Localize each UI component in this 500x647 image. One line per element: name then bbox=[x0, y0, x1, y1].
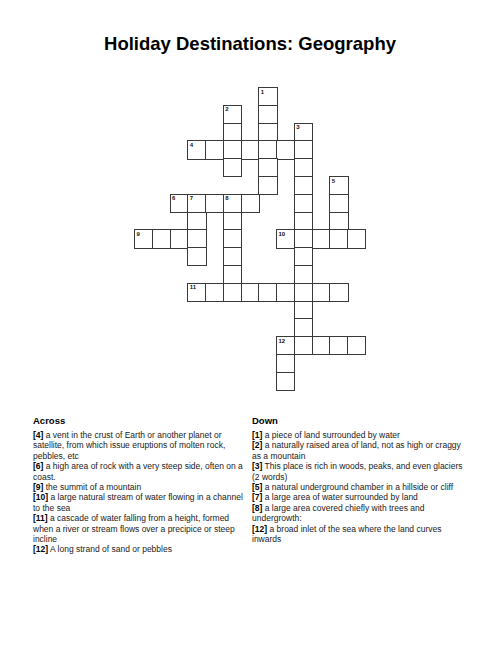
grid-cell-r0c7[interactable]: 1 bbox=[258, 87, 277, 106]
grid-cell-r6c9[interactable] bbox=[294, 194, 313, 213]
grid-cell-r13c9[interactable] bbox=[294, 318, 313, 337]
cell-number-1: 1 bbox=[261, 89, 264, 96]
grid-cell-r3c9[interactable] bbox=[294, 140, 313, 159]
clue-across-10: [10] a large natural stream of water flo… bbox=[33, 492, 246, 513]
grid-cell-r1c7[interactable] bbox=[258, 105, 277, 124]
clue-across-4: [4] a vent in the crust of Earth or anot… bbox=[33, 430, 246, 461]
grid-cell-r4c7[interactable] bbox=[258, 158, 277, 177]
cell-number-8: 8 bbox=[225, 195, 228, 202]
cell-number-6: 6 bbox=[172, 195, 175, 202]
clue-down-12: [12] a broad inlet of the sea where the … bbox=[252, 524, 467, 545]
down-clues-column: Down [1] a piece of land surrounded by w… bbox=[252, 415, 467, 544]
grid-cell-r9c9[interactable] bbox=[294, 247, 313, 266]
cell-number-5: 5 bbox=[332, 178, 335, 185]
grid-cell-r8c12[interactable] bbox=[347, 229, 366, 248]
grid-cell-r8c8[interactable]: 10 bbox=[276, 229, 295, 248]
clue-number-label: [5] bbox=[252, 482, 262, 492]
grid-cell-r8c11[interactable] bbox=[329, 229, 348, 248]
across-clue-list: [4] a vent in the crust of Earth or anot… bbox=[33, 430, 246, 555]
grid-cell-r11c5[interactable] bbox=[223, 283, 242, 302]
grid-cell-r14c8[interactable]: 12 bbox=[276, 336, 295, 355]
clue-number-label: [6] bbox=[33, 461, 43, 471]
clue-down-8: [8] a large area covered chiefly with tr… bbox=[252, 503, 467, 524]
grid-cell-r3c7[interactable] bbox=[258, 140, 277, 159]
grid-cell-r11c7[interactable] bbox=[258, 283, 277, 302]
grid-cell-r3c8[interactable] bbox=[276, 140, 295, 159]
grid-cell-r15c8[interactable] bbox=[276, 354, 295, 373]
grid-cell-r8c3[interactable] bbox=[187, 229, 206, 248]
cell-number-12: 12 bbox=[279, 338, 286, 345]
clue-down-2: [2] a naturally raised area of land, not… bbox=[252, 440, 467, 461]
grid-cell-r11c10[interactable] bbox=[312, 283, 331, 302]
clue-number-label: [2] bbox=[252, 440, 262, 450]
clue-across-12: [12] A long strand of sand or pebbles bbox=[33, 544, 246, 554]
grid-cell-r11c3[interactable]: 11 bbox=[187, 283, 206, 302]
grid-cell-r14c9[interactable] bbox=[294, 336, 313, 355]
grid-cell-r8c1[interactable] bbox=[152, 229, 171, 248]
grid-cell-r6c4[interactable] bbox=[205, 194, 224, 213]
across-clues-column: Across [4] a vent in the crust of Earth … bbox=[33, 415, 246, 555]
grid-cell-r6c11[interactable] bbox=[329, 194, 348, 213]
cell-number-11: 11 bbox=[190, 284, 196, 291]
clue-down-5: [5] a natural underground chamber in a h… bbox=[252, 482, 467, 492]
grid-cell-r11c11[interactable] bbox=[329, 283, 348, 302]
grid-cell-r3c6[interactable] bbox=[241, 140, 260, 159]
grid-cell-r11c9[interactable] bbox=[294, 283, 313, 302]
clue-number-label: [11] bbox=[33, 513, 48, 523]
grid-cell-r14c11[interactable] bbox=[329, 336, 348, 355]
clue-number-label: [10] bbox=[33, 492, 48, 502]
grid-cell-r7c9[interactable] bbox=[294, 212, 313, 231]
grid-cell-r2c5[interactable] bbox=[223, 123, 242, 142]
grid-cell-r4c5[interactable] bbox=[223, 158, 242, 177]
grid-cell-r2c7[interactable] bbox=[258, 123, 277, 142]
clue-number-label: [8] bbox=[252, 503, 262, 513]
grid-cell-r4c9[interactable] bbox=[294, 158, 313, 177]
grid-cell-r9c5[interactable] bbox=[223, 247, 242, 266]
clue-down-7: [7] a large area of water surrounded by … bbox=[252, 492, 467, 502]
grid-cell-r8c9[interactable] bbox=[294, 229, 313, 248]
grid-cell-r9c3[interactable] bbox=[187, 247, 206, 266]
grid-cell-r8c2[interactable] bbox=[170, 229, 189, 248]
grid-cell-r3c3[interactable]: 4 bbox=[187, 140, 206, 159]
clue-across-6: [6] a high area of rock with a very stee… bbox=[33, 461, 246, 482]
grid-cell-r14c12[interactable] bbox=[347, 336, 366, 355]
grid-cell-r12c9[interactable] bbox=[294, 301, 313, 320]
clue-number-label: [7] bbox=[252, 492, 262, 502]
grid-cell-r10c5[interactable] bbox=[223, 265, 242, 284]
clue-down-1: [1] a piece of land surrounded by water bbox=[252, 430, 467, 440]
clue-number-label: [12] bbox=[252, 524, 267, 534]
grid-cell-r10c9[interactable] bbox=[294, 265, 313, 284]
clue-number-label: [4] bbox=[33, 430, 43, 440]
crossword-grid: 123456789101112 bbox=[134, 87, 366, 391]
grid-cell-r7c11[interactable] bbox=[329, 212, 348, 231]
grid-cell-r5c7[interactable] bbox=[258, 176, 277, 195]
page-title: Holiday Destinations: Geography bbox=[0, 33, 500, 55]
down-heading: Down bbox=[252, 415, 467, 426]
grid-cell-r2c9[interactable]: 3 bbox=[294, 123, 313, 142]
clue-down-3: [3] This place is rich in woods, peaks, … bbox=[252, 461, 467, 482]
grid-cell-r6c6[interactable] bbox=[241, 194, 260, 213]
grid-cell-r6c2[interactable]: 6 bbox=[170, 194, 189, 213]
grid-cell-r5c9[interactable] bbox=[294, 176, 313, 195]
clue-number-label: [12] bbox=[33, 544, 48, 554]
grid-cell-r14c10[interactable] bbox=[312, 336, 331, 355]
grid-cell-r7c5[interactable] bbox=[223, 212, 242, 231]
cell-number-7: 7 bbox=[190, 195, 193, 202]
grid-cell-r8c0[interactable]: 9 bbox=[134, 229, 153, 248]
grid-cell-r1c5[interactable]: 2 bbox=[223, 105, 242, 124]
grid-cell-r8c10[interactable] bbox=[312, 229, 331, 248]
cell-number-10: 10 bbox=[279, 231, 286, 238]
grid-cell-r11c4[interactable] bbox=[205, 283, 224, 302]
cell-number-9: 9 bbox=[137, 231, 140, 238]
clue-number-label: [9] bbox=[33, 482, 43, 492]
grid-cell-r6c3[interactable]: 7 bbox=[187, 194, 206, 213]
cell-number-2: 2 bbox=[225, 106, 228, 113]
grid-cell-r3c5[interactable] bbox=[223, 140, 242, 159]
grid-cell-r11c6[interactable] bbox=[241, 283, 260, 302]
clue-across-11: [11] a cascade of water falling from a h… bbox=[33, 513, 246, 544]
grid-cell-r5c11[interactable]: 5 bbox=[329, 176, 348, 195]
grid-cell-r3c4[interactable] bbox=[205, 140, 224, 159]
clue-number-label: [1] bbox=[252, 430, 262, 440]
down-clue-list: [1] a piece of land surrounded by water[… bbox=[252, 430, 467, 544]
grid-cell-r11c8[interactable] bbox=[276, 283, 295, 302]
cell-number-3: 3 bbox=[296, 124, 299, 131]
clue-across-9: [9] the summit of a mountain bbox=[33, 482, 246, 492]
grid-cell-r8c5[interactable] bbox=[223, 229, 242, 248]
cell-number-4: 4 bbox=[190, 142, 193, 149]
clue-number-label: [3] bbox=[252, 461, 262, 471]
grid-cell-r16c8[interactable] bbox=[276, 372, 295, 391]
grid-cell-r7c3[interactable] bbox=[187, 212, 206, 231]
across-heading: Across bbox=[33, 415, 246, 426]
grid-cell-r6c5[interactable]: 8 bbox=[223, 194, 242, 213]
